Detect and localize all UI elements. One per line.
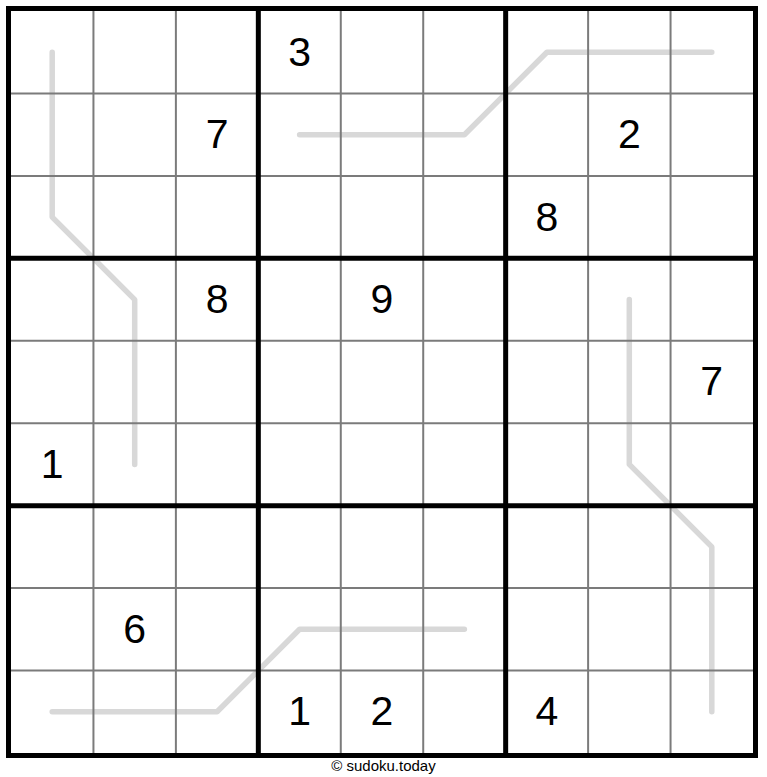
cell-r6c3[interactable] — [176, 423, 258, 505]
cell-r9c7[interactable]: 4 — [506, 671, 588, 753]
cell-r6c8[interactable] — [588, 423, 670, 505]
cell-r9c1[interactable] — [11, 671, 93, 753]
cell-r1c7[interactable] — [506, 11, 588, 93]
cell-r9c3[interactable] — [176, 671, 258, 753]
cell-r2c8[interactable]: 2 — [588, 93, 670, 175]
cell-r2c4[interactable] — [258, 93, 340, 175]
cell-r7c3[interactable] — [176, 506, 258, 588]
cell-r3c5[interactable] — [341, 176, 423, 258]
cell-r5c7[interactable] — [506, 341, 588, 423]
puzzle-page: 372889716124 © sudoku.today — [0, 0, 767, 777]
cell-r3c7[interactable]: 8 — [506, 176, 588, 258]
cell-r8c8[interactable] — [588, 588, 670, 670]
cell-r4c3[interactable]: 8 — [176, 258, 258, 340]
cell-r1c5[interactable] — [341, 11, 423, 93]
cell-r6c4[interactable] — [258, 423, 340, 505]
cell-r8c7[interactable] — [506, 588, 588, 670]
cell-r5c6[interactable] — [423, 341, 505, 423]
cell-r3c3[interactable] — [176, 176, 258, 258]
cell-r1c9[interactable] — [671, 11, 753, 93]
cell-r8c3[interactable] — [176, 588, 258, 670]
cell-r6c6[interactable] — [423, 423, 505, 505]
cell-r9c8[interactable] — [588, 671, 670, 753]
cell-r1c3[interactable] — [176, 11, 258, 93]
cell-r6c1[interactable]: 1 — [11, 423, 93, 505]
cell-r9c2[interactable] — [93, 671, 175, 753]
cell-r7c6[interactable] — [423, 506, 505, 588]
cell-r8c2[interactable]: 6 — [93, 588, 175, 670]
cell-r5c1[interactable] — [11, 341, 93, 423]
copyright-text: © sudoku.today — [0, 757, 767, 774]
cell-r3c9[interactable] — [671, 176, 753, 258]
cell-r9c4[interactable]: 1 — [258, 671, 340, 753]
cell-r2c3[interactable]: 7 — [176, 93, 258, 175]
cell-r4c6[interactable] — [423, 258, 505, 340]
cell-r3c8[interactable] — [588, 176, 670, 258]
cell-r1c4[interactable]: 3 — [258, 11, 340, 93]
cell-r7c5[interactable] — [341, 506, 423, 588]
cell-r4c9[interactable] — [671, 258, 753, 340]
cell-r3c6[interactable] — [423, 176, 505, 258]
cell-r2c9[interactable] — [671, 93, 753, 175]
cell-r1c8[interactable] — [588, 11, 670, 93]
sudoku-grid: 372889716124 — [11, 11, 753, 753]
cell-r2c7[interactable] — [506, 93, 588, 175]
cell-r8c9[interactable] — [671, 588, 753, 670]
cell-r1c2[interactable] — [93, 11, 175, 93]
cell-r3c1[interactable] — [11, 176, 93, 258]
cell-r1c6[interactable] — [423, 11, 505, 93]
cell-r4c1[interactable] — [11, 258, 93, 340]
cell-r7c9[interactable] — [671, 506, 753, 588]
cell-r5c2[interactable] — [93, 341, 175, 423]
cell-r6c7[interactable] — [506, 423, 588, 505]
cell-r6c2[interactable] — [93, 423, 175, 505]
cell-r8c6[interactable] — [423, 588, 505, 670]
cell-r4c7[interactable] — [506, 258, 588, 340]
cell-r4c5[interactable]: 9 — [341, 258, 423, 340]
cell-r5c4[interactable] — [258, 341, 340, 423]
cell-r7c2[interactable] — [93, 506, 175, 588]
cell-r7c4[interactable] — [258, 506, 340, 588]
cell-r4c8[interactable] — [588, 258, 670, 340]
cell-r2c6[interactable] — [423, 93, 505, 175]
cell-r4c4[interactable] — [258, 258, 340, 340]
sudoku-board: 372889716124 — [6, 6, 758, 758]
cell-r7c1[interactable] — [11, 506, 93, 588]
cell-r5c9[interactable]: 7 — [671, 341, 753, 423]
cell-r1c1[interactable] — [11, 11, 93, 93]
cell-r5c8[interactable] — [588, 341, 670, 423]
cell-r6c9[interactable] — [671, 423, 753, 505]
cell-r2c5[interactable] — [341, 93, 423, 175]
cell-r9c9[interactable] — [671, 671, 753, 753]
cell-r4c2[interactable] — [93, 258, 175, 340]
cell-r8c5[interactable] — [341, 588, 423, 670]
cell-r8c4[interactable] — [258, 588, 340, 670]
cell-r5c5[interactable] — [341, 341, 423, 423]
cell-r2c1[interactable] — [11, 93, 93, 175]
cell-r7c7[interactable] — [506, 506, 588, 588]
cell-r5c3[interactable] — [176, 341, 258, 423]
cell-r6c5[interactable] — [341, 423, 423, 505]
cell-r3c4[interactable] — [258, 176, 340, 258]
cell-r2c2[interactable] — [93, 93, 175, 175]
cell-r7c8[interactable] — [588, 506, 670, 588]
cell-r3c2[interactable] — [93, 176, 175, 258]
cell-r9c6[interactable] — [423, 671, 505, 753]
cell-r9c5[interactable]: 2 — [341, 671, 423, 753]
cell-r8c1[interactable] — [11, 588, 93, 670]
